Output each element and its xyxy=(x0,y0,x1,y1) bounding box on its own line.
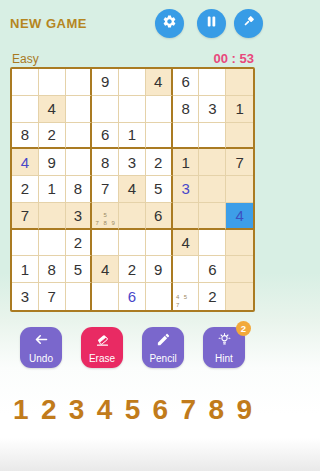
cell-r2c8[interactable]: 3 xyxy=(199,96,226,123)
cell-r1c1[interactable] xyxy=(12,69,39,96)
cell-r4c2[interactable]: 9 xyxy=(39,149,66,176)
pause-button[interactable] xyxy=(197,9,226,38)
cell-r1c7[interactable]: 6 xyxy=(173,69,200,96)
theme-button[interactable] xyxy=(234,9,263,38)
cell-r5c7[interactable]: 3 xyxy=(173,176,200,203)
cell-r2c5[interactable] xyxy=(119,96,146,123)
pencil-notes: 5789 xyxy=(93,204,117,227)
cell-r3c5[interactable]: 1 xyxy=(119,123,146,150)
numpad-6[interactable]: 6 xyxy=(153,391,169,429)
cell-r8c7[interactable] xyxy=(173,256,200,283)
cell-r9c7[interactable]: 457 xyxy=(173,283,200,310)
paint-brush-icon xyxy=(241,14,256,33)
numpad-3[interactable]: 3 xyxy=(69,391,85,429)
cell-r9c6[interactable] xyxy=(146,283,173,310)
cell-r3c2[interactable]: 2 xyxy=(39,123,66,150)
pencil-icon xyxy=(156,332,171,351)
cell-r5c1[interactable]: 2 xyxy=(12,176,39,203)
cell-r3c3[interactable] xyxy=(66,123,93,150)
cell-r9c5[interactable]: 6 xyxy=(119,283,146,310)
cell-r7c1[interactable] xyxy=(12,230,39,257)
cell-r9c4[interactable] xyxy=(92,283,119,310)
cell-r4c8[interactable] xyxy=(199,149,226,176)
cell-r9c1[interactable]: 3 xyxy=(12,283,39,310)
lightbulb-icon xyxy=(217,332,232,351)
cell-r8c5[interactable]: 2 xyxy=(119,256,146,283)
header: NEW GAME xyxy=(0,0,265,46)
cell-r6c4[interactable]: 5789 xyxy=(92,203,119,230)
cell-r8c8[interactable]: 6 xyxy=(199,256,226,283)
numpad-9[interactable]: 9 xyxy=(236,391,252,429)
cell-r9c2[interactable]: 7 xyxy=(39,283,66,310)
cell-r5c5[interactable]: 4 xyxy=(119,176,146,203)
cell-r3c1[interactable]: 8 xyxy=(12,123,39,150)
cell-r1c6[interactable]: 4 xyxy=(146,69,173,96)
erase-button[interactable]: Erase xyxy=(81,327,123,368)
page-title: NEW GAME xyxy=(10,16,87,31)
cell-r5c3[interactable]: 8 xyxy=(66,176,93,203)
cell-r1c8[interactable] xyxy=(199,69,226,96)
cell-r1c5[interactable] xyxy=(119,69,146,96)
numpad-5[interactable]: 5 xyxy=(125,391,141,429)
pencil-notes: 457 xyxy=(174,284,198,309)
cell-r7c5[interactable] xyxy=(119,230,146,257)
numpad-2[interactable]: 2 xyxy=(41,391,57,429)
cell-r3c6[interactable] xyxy=(146,123,173,150)
cell-r8c6[interactable]: 9 xyxy=(146,256,173,283)
cell-r6c6[interactable]: 6 xyxy=(146,203,173,230)
cell-r7c3[interactable]: 2 xyxy=(66,230,93,257)
pencil-label: Pencil xyxy=(149,353,176,364)
cell-r1c3[interactable] xyxy=(66,69,93,96)
cell-r7c4[interactable] xyxy=(92,230,119,257)
cell-r4c4[interactable]: 8 xyxy=(92,149,119,176)
cell-r1c2[interactable] xyxy=(39,69,66,96)
cell-r3c8[interactable] xyxy=(199,123,226,150)
numpad-1[interactable]: 1 xyxy=(13,391,29,429)
cell-r3c4[interactable]: 6 xyxy=(92,123,119,150)
cell-r2c7[interactable]: 8 xyxy=(173,96,200,123)
cell-r7c6[interactable] xyxy=(146,230,173,257)
cell-r4c3[interactable] xyxy=(66,149,93,176)
pause-icon xyxy=(204,14,219,33)
cell-r8c3[interactable]: 5 xyxy=(66,256,93,283)
numpad-4[interactable]: 4 xyxy=(97,391,113,429)
cell-r9c9[interactable] xyxy=(226,283,253,310)
sudoku-board: 9464831826149832172187453735789642418542… xyxy=(10,67,255,312)
cell-r6c3[interactable]: 3 xyxy=(66,203,93,230)
cell-r9c8[interactable]: 2 xyxy=(199,283,226,310)
timer: 00 : 53 xyxy=(214,51,254,66)
cell-r6c2[interactable] xyxy=(39,203,66,230)
cell-r4c7[interactable]: 1 xyxy=(173,149,200,176)
hint-badge: 2 xyxy=(236,321,251,336)
cell-r6c5[interactable] xyxy=(119,203,146,230)
undo-arrow-icon xyxy=(34,332,49,351)
cell-r8c4[interactable]: 4 xyxy=(92,256,119,283)
cell-r8c2[interactable]: 8 xyxy=(39,256,66,283)
hint-button[interactable]: 2 Hint xyxy=(203,327,245,368)
cell-r1c4[interactable]: 9 xyxy=(92,69,119,96)
cell-r7c2[interactable] xyxy=(39,230,66,257)
cell-r4c5[interactable]: 3 xyxy=(119,149,146,176)
cell-r2c9[interactable]: 1 xyxy=(226,96,253,123)
undo-button[interactable]: Undo xyxy=(20,327,62,368)
numpad-7[interactable]: 7 xyxy=(181,391,197,429)
settings-button[interactable] xyxy=(155,9,184,38)
difficulty-label: Easy xyxy=(12,52,39,66)
cell-r8c9[interactable] xyxy=(226,256,253,283)
undo-label: Undo xyxy=(29,353,53,364)
cell-r2c3[interactable] xyxy=(66,96,93,123)
cell-r2c1[interactable] xyxy=(12,96,39,123)
cell-r7c9[interactable] xyxy=(226,230,253,257)
cell-r1c9[interactable] xyxy=(226,69,253,96)
eraser-icon xyxy=(95,332,110,351)
cell-r4c1[interactable]: 4 xyxy=(12,149,39,176)
cell-r2c6[interactable] xyxy=(146,96,173,123)
cell-r6c8[interactable] xyxy=(199,203,226,230)
cell-r3c9[interactable] xyxy=(226,123,253,150)
cell-r8c1[interactable]: 1 xyxy=(12,256,39,283)
pencil-button[interactable]: Pencil xyxy=(142,327,184,368)
numpad: 123456789 xyxy=(0,391,265,429)
cell-r5c8[interactable] xyxy=(199,176,226,203)
cell-r4c6[interactable]: 2 xyxy=(146,149,173,176)
cell-r5c6[interactable]: 5 xyxy=(146,176,173,203)
cell-r2c4[interactable] xyxy=(92,96,119,123)
cell-r7c7[interactable]: 4 xyxy=(173,230,200,257)
cell-r4c9[interactable]: 7 xyxy=(226,149,253,176)
hint-label: Hint xyxy=(215,353,233,364)
cell-r5c4[interactable]: 7 xyxy=(92,176,119,203)
cell-r5c9[interactable] xyxy=(226,176,253,203)
erase-label: Erase xyxy=(89,353,115,364)
toolbar: Undo Erase Pencil 2 Hint xyxy=(0,327,265,368)
gear-icon xyxy=(162,14,177,33)
numpad-8[interactable]: 8 xyxy=(208,391,224,429)
cell-r6c9[interactable]: 4 xyxy=(226,203,253,230)
cell-r5c2[interactable]: 1 xyxy=(39,176,66,203)
cell-r9c3[interactable] xyxy=(66,283,93,310)
cell-r2c2[interactable]: 4 xyxy=(39,96,66,123)
cell-r6c1[interactable]: 7 xyxy=(12,203,39,230)
cell-r7c8[interactable] xyxy=(199,230,226,257)
cell-r6c7[interactable] xyxy=(173,203,200,230)
cell-r3c7[interactable] xyxy=(173,123,200,150)
